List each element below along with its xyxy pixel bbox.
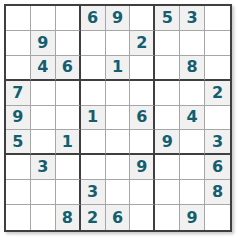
cell-r8c1[interactable] — [6, 180, 31, 205]
cell-r9c9[interactable] — [205, 205, 230, 230]
cell-r5c1[interactable]: 9 — [6, 106, 31, 131]
cell-r6c9[interactable]: 3 — [205, 130, 230, 155]
cell-r1c8[interactable]: 3 — [180, 6, 205, 31]
cell-r4c9[interactable]: 2 — [205, 81, 230, 106]
cell-r9c7[interactable] — [155, 205, 180, 230]
cell-r3c3[interactable]: 6 — [56, 56, 81, 81]
cell-r5c6[interactable]: 6 — [130, 106, 155, 131]
cell-r2c5[interactable] — [106, 31, 131, 56]
sudoku-board: 69539246187291645193396388269 — [4, 4, 232, 232]
cell-r8c6[interactable] — [130, 180, 155, 205]
cell-r1c1[interactable] — [6, 6, 31, 31]
cell-r7c5[interactable] — [106, 155, 131, 180]
cell-r6c3[interactable]: 1 — [56, 130, 81, 155]
cell-r6c5[interactable] — [106, 130, 131, 155]
cell-r7c3[interactable] — [56, 155, 81, 180]
cell-r2c3[interactable] — [56, 31, 81, 56]
cell-r8c3[interactable] — [56, 180, 81, 205]
cell-r3c8[interactable]: 8 — [180, 56, 205, 81]
cell-r7c6[interactable]: 9 — [130, 155, 155, 180]
cell-r4c7[interactable] — [155, 81, 180, 106]
cell-r4c6[interactable] — [130, 81, 155, 106]
cell-r3c7[interactable] — [155, 56, 180, 81]
cell-r9c2[interactable] — [31, 205, 56, 230]
cell-r3c2[interactable]: 4 — [31, 56, 56, 81]
cell-r8c5[interactable] — [106, 180, 131, 205]
cell-r5c5[interactable] — [106, 106, 131, 131]
cell-r5c8[interactable]: 4 — [180, 106, 205, 131]
cell-r7c4[interactable] — [81, 155, 106, 180]
cell-r6c1[interactable]: 5 — [6, 130, 31, 155]
cell-r4c2[interactable] — [31, 81, 56, 106]
cell-r7c8[interactable] — [180, 155, 205, 180]
cell-r1c6[interactable] — [130, 6, 155, 31]
cell-r2c1[interactable] — [6, 31, 31, 56]
cell-r9c3[interactable]: 8 — [56, 205, 81, 230]
cell-r2c2[interactable]: 9 — [31, 31, 56, 56]
cell-r6c4[interactable] — [81, 130, 106, 155]
cell-r6c8[interactable] — [180, 130, 205, 155]
cell-r2c7[interactable] — [155, 31, 180, 56]
cell-r7c7[interactable] — [155, 155, 180, 180]
cell-r1c2[interactable] — [31, 6, 56, 31]
cell-r1c5[interactable]: 9 — [106, 6, 131, 31]
cell-r4c3[interactable] — [56, 81, 81, 106]
cell-r5c3[interactable] — [56, 106, 81, 131]
cell-r9c8[interactable]: 9 — [180, 205, 205, 230]
cell-r2c6[interactable]: 2 — [130, 31, 155, 56]
cell-r6c2[interactable] — [31, 130, 56, 155]
cell-r3c4[interactable] — [81, 56, 106, 81]
cell-r8c4[interactable]: 3 — [81, 180, 106, 205]
cell-r4c8[interactable] — [180, 81, 205, 106]
cell-r1c9[interactable] — [205, 6, 230, 31]
cell-r3c1[interactable] — [6, 56, 31, 81]
cell-r2c9[interactable] — [205, 31, 230, 56]
cell-r3c6[interactable] — [130, 56, 155, 81]
cell-r9c6[interactable] — [130, 205, 155, 230]
cell-r9c4[interactable]: 2 — [81, 205, 106, 230]
cell-r3c5[interactable]: 1 — [106, 56, 131, 81]
cell-r2c4[interactable] — [81, 31, 106, 56]
cell-r8c8[interactable] — [180, 180, 205, 205]
cell-r5c9[interactable] — [205, 106, 230, 131]
cell-r7c1[interactable] — [6, 155, 31, 180]
cell-r1c4[interactable]: 6 — [81, 6, 106, 31]
cell-r5c4[interactable]: 1 — [81, 106, 106, 131]
cell-r1c3[interactable] — [56, 6, 81, 31]
cell-r6c6[interactable] — [130, 130, 155, 155]
cell-r6c7[interactable]: 9 — [155, 130, 180, 155]
cell-r4c5[interactable] — [106, 81, 131, 106]
cell-r3c9[interactable] — [205, 56, 230, 81]
cell-r7c2[interactable]: 3 — [31, 155, 56, 180]
cell-r7c9[interactable]: 6 — [205, 155, 230, 180]
cell-r8c7[interactable] — [155, 180, 180, 205]
cell-r9c5[interactable]: 6 — [106, 205, 131, 230]
cell-r8c9[interactable]: 8 — [205, 180, 230, 205]
cell-r1c7[interactable]: 5 — [155, 6, 180, 31]
cell-r5c2[interactable] — [31, 106, 56, 131]
cell-r4c4[interactable] — [81, 81, 106, 106]
cell-r2c8[interactable] — [180, 31, 205, 56]
cell-r4c1[interactable]: 7 — [6, 81, 31, 106]
cell-r9c1[interactable] — [6, 205, 31, 230]
cell-r5c7[interactable] — [155, 106, 180, 131]
cell-r8c2[interactable] — [31, 180, 56, 205]
